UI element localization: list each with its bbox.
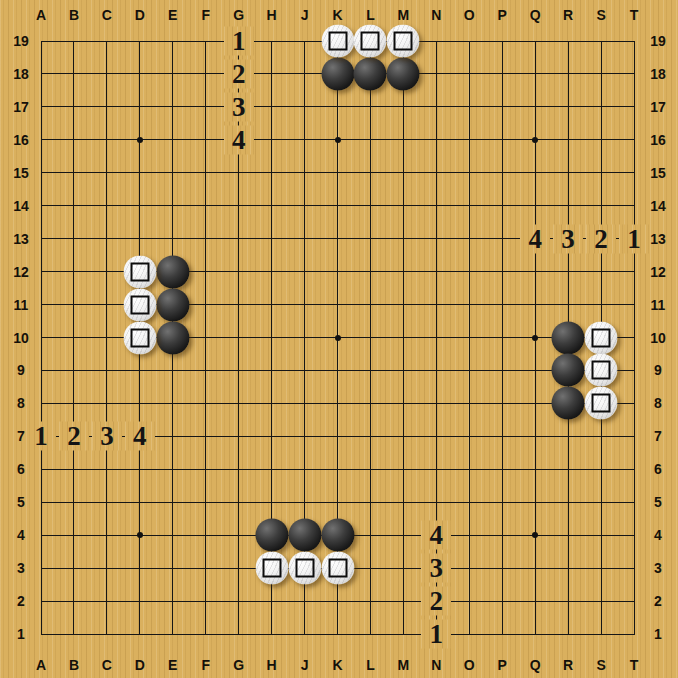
coord-label-bottom: L [366, 657, 375, 673]
coord-label-left: 18 [13, 66, 29, 82]
white-stone[interactable] [123, 321, 156, 354]
coord-label-right: 6 [654, 461, 662, 477]
black-stone[interactable] [552, 387, 585, 420]
square-mark-icon [361, 32, 380, 51]
coord-label-right: 18 [650, 66, 666, 82]
coord-label-right: 14 [650, 198, 666, 214]
coord-label-bottom: T [630, 657, 639, 673]
star-point [137, 532, 143, 538]
black-stone[interactable] [156, 321, 189, 354]
line-number-label: 2 [224, 59, 254, 88]
square-mark-icon [394, 32, 413, 51]
grid-line-horizontal [41, 469, 635, 470]
line-number-label: 3 [224, 92, 254, 121]
coord-label-bottom: Q [530, 657, 541, 673]
square-mark-icon [328, 32, 347, 51]
black-stone[interactable] [156, 288, 189, 321]
coord-label-right: 1 [654, 626, 662, 642]
grid-line-horizontal [41, 403, 635, 404]
line-number-label: 1 [421, 620, 451, 649]
coord-label-top: Q [530, 7, 541, 23]
coord-label-bottom: E [168, 657, 177, 673]
coord-label-bottom: D [135, 657, 145, 673]
coord-label-left: 12 [13, 264, 29, 280]
white-stone[interactable] [255, 552, 288, 585]
coord-label-right: 4 [654, 527, 662, 543]
black-stone[interactable] [255, 519, 288, 552]
black-stone[interactable] [552, 354, 585, 387]
coord-label-top: L [366, 7, 375, 23]
coord-label-right: 5 [654, 494, 662, 510]
coord-label-right: 7 [654, 428, 662, 444]
coord-label-bottom: A [36, 657, 46, 673]
coord-label-right: 9 [654, 362, 662, 378]
coord-label-bottom: G [233, 657, 244, 673]
black-stone[interactable] [288, 519, 321, 552]
grid-line-vertical [502, 41, 503, 635]
coord-label-bottom: F [201, 657, 210, 673]
coord-label-bottom: R [563, 657, 573, 673]
grid-line-vertical [370, 41, 371, 635]
line-number-label: 1 [224, 27, 254, 56]
coord-label-left: 15 [13, 165, 29, 181]
grid-line-vertical [403, 41, 404, 635]
coord-label-right: 16 [650, 132, 666, 148]
coord-label-right: 10 [650, 330, 666, 346]
square-mark-icon [130, 262, 149, 281]
white-stone[interactable] [123, 288, 156, 321]
square-mark-icon [295, 559, 314, 578]
white-stone[interactable] [123, 255, 156, 288]
coord-label-top: F [201, 7, 210, 23]
coord-label-bottom: S [596, 657, 605, 673]
white-stone[interactable] [387, 25, 420, 58]
line-number-label: 4 [520, 224, 550, 253]
white-stone[interactable] [585, 321, 618, 354]
line-number-label: 2 [421, 587, 451, 616]
coord-label-right: 13 [650, 231, 666, 247]
grid-line-horizontal [41, 601, 635, 602]
coord-label-top: B [69, 7, 79, 23]
coord-label-top: J [301, 7, 309, 23]
black-stone[interactable] [156, 255, 189, 288]
coord-label-bottom: M [398, 657, 410, 673]
coord-label-left: 1 [17, 626, 25, 642]
coord-label-top: A [36, 7, 46, 23]
coord-label-top: H [267, 7, 277, 23]
coord-label-bottom: H [267, 657, 277, 673]
white-stone[interactable] [321, 25, 354, 58]
black-stone[interactable] [321, 57, 354, 90]
coord-label-top: R [563, 7, 573, 23]
coord-label-top: S [596, 7, 605, 23]
star-point [532, 532, 538, 538]
white-stone[interactable] [288, 552, 321, 585]
coord-label-right: 17 [650, 99, 666, 115]
coord-label-top: O [464, 7, 475, 23]
grid-line-horizontal [41, 634, 635, 635]
line-number-label: 2 [59, 422, 89, 451]
line-number-label: 4 [224, 125, 254, 154]
square-mark-icon [592, 328, 611, 347]
black-stone[interactable] [354, 57, 387, 90]
coord-label-top: M [398, 7, 410, 23]
coord-label-left: 2 [17, 593, 25, 609]
square-mark-icon [592, 394, 611, 413]
coord-label-left: 17 [13, 99, 29, 115]
coord-label-left: 5 [17, 494, 25, 510]
coord-label-left: 6 [17, 461, 25, 477]
star-point [532, 335, 538, 341]
coord-label-bottom: N [431, 657, 441, 673]
coord-label-left: 4 [17, 527, 25, 543]
square-mark-icon [130, 328, 149, 347]
coord-label-top: C [102, 7, 112, 23]
coord-label-bottom: J [301, 657, 309, 673]
coord-label-left: 9 [17, 362, 25, 378]
star-point [532, 137, 538, 143]
grid-line-horizontal [41, 370, 635, 371]
coord-label-right: 19 [650, 33, 666, 49]
coord-label-bottom: C [102, 657, 112, 673]
grid-line-vertical [634, 41, 635, 635]
coord-label-top: D [135, 7, 145, 23]
coord-label-left: 7 [17, 428, 25, 444]
white-stone[interactable] [354, 25, 387, 58]
coord-label-right: 8 [654, 395, 662, 411]
line-number-label: 3 [553, 224, 583, 253]
black-stone[interactable] [552, 321, 585, 354]
coord-label-top: P [498, 7, 507, 23]
star-point [137, 137, 143, 143]
coord-label-left: 11 [14, 297, 29, 313]
square-mark-icon [592, 361, 611, 380]
line-number-label: 1 [26, 422, 56, 451]
coord-label-left: 10 [13, 330, 29, 346]
go-board[interactable]: AABBCCDDEEFFGGHHJJKKLLMMNNOOPPQQRRSSTT19… [0, 0, 678, 678]
coord-label-top: K [332, 7, 342, 23]
black-stone[interactable] [321, 519, 354, 552]
coord-label-right: 12 [650, 264, 666, 280]
coord-label-top: E [168, 7, 177, 23]
coord-label-top: T [630, 7, 639, 23]
coord-label-bottom: O [464, 657, 475, 673]
coord-label-left: 3 [17, 560, 25, 576]
coord-label-left: 14 [13, 198, 29, 214]
square-mark-icon [130, 295, 149, 314]
star-point [335, 137, 341, 143]
coord-label-bottom: B [69, 657, 79, 673]
square-mark-icon [328, 559, 347, 578]
coord-label-left: 19 [13, 33, 29, 49]
line-number-label: 2 [586, 224, 616, 253]
line-number-label: 4 [125, 422, 155, 451]
grid-line-horizontal [41, 502, 635, 503]
coord-label-left: 8 [17, 395, 25, 411]
black-stone[interactable] [387, 57, 420, 90]
coord-label-bottom: P [498, 657, 507, 673]
coord-label-right: 11 [651, 297, 666, 313]
coord-label-top: G [233, 7, 244, 23]
star-point [335, 335, 341, 341]
white-stone[interactable] [585, 354, 618, 387]
square-mark-icon [262, 559, 281, 578]
coord-label-left: 16 [13, 132, 29, 148]
line-number-label: 3 [92, 422, 122, 451]
coord-label-top: N [431, 7, 441, 23]
coord-label-left: 13 [13, 231, 29, 247]
coord-label-right: 15 [650, 165, 666, 181]
coord-label-bottom: K [332, 657, 342, 673]
coord-label-right: 3 [654, 560, 662, 576]
line-number-label: 3 [421, 554, 451, 583]
white-stone[interactable] [321, 552, 354, 585]
grid-line-vertical [469, 41, 470, 635]
white-stone[interactable] [585, 387, 618, 420]
line-number-label: 1 [619, 224, 649, 253]
coord-label-right: 2 [654, 593, 662, 609]
line-number-label: 4 [421, 521, 451, 550]
